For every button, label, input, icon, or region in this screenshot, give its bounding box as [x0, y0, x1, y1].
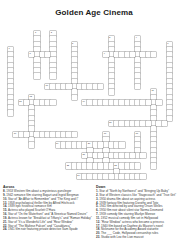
grid-cell[interactable] — [8, 110, 13, 115]
grid-cell[interactable] — [109, 89, 114, 94]
grid-cell[interactable]: 9 — [103, 52, 108, 57]
cell-number: 23 — [114, 164, 116, 166]
cell-number: 9 — [104, 52, 105, 54]
grid-cell[interactable] — [34, 73, 39, 78]
crossword-board: 123456789101112131415161718192021222324 — [8, 31, 172, 179]
cell-number: 21 — [83, 153, 85, 155]
grid-cell[interactable] — [146, 121, 151, 126]
grid-cell[interactable] — [162, 121, 167, 126]
cell-number: 3 — [109, 36, 110, 38]
across-clues-list: 8. 1953 Western film about a mysterious … — [3, 190, 92, 232]
grid-cell[interactable] — [135, 163, 140, 168]
cell-number: 20 — [88, 142, 90, 144]
grid-cell[interactable] — [66, 84, 71, 89]
grid-cell[interactable] — [146, 100, 151, 105]
cell-number: 16 — [14, 132, 16, 134]
page-title: Golden Age Cinema — [0, 8, 188, 17]
down-clues-column: Down 1. Star of "North by Northwest" and… — [96, 185, 186, 240]
grid-cell[interactable] — [130, 52, 135, 57]
cell-number: 5 — [72, 42, 73, 44]
cell-number: 14 — [83, 100, 85, 102]
grid-cell[interactable] — [50, 73, 55, 78]
cell-number: 24 — [77, 174, 79, 176]
across-clues-column: Across 8. 1953 Western film about a myst… — [3, 185, 92, 232]
clue-number: 23. — [96, 235, 101, 239]
grid-cell[interactable] — [50, 100, 55, 105]
cell-number: 19 — [56, 142, 58, 144]
clue-item: 24. 1941 film noir featuring private det… — [3, 228, 92, 232]
cell-number: 8 — [30, 52, 31, 54]
grid-cell[interactable] — [72, 95, 77, 100]
grid-cell[interactable] — [98, 153, 103, 158]
grid-cell[interactable]: 21 — [82, 153, 87, 158]
cell-number: 12 — [30, 95, 32, 97]
cell-number: 13 — [19, 100, 21, 102]
grid-cell[interactable] — [98, 84, 103, 89]
grid-cell[interactable] — [98, 163, 103, 168]
cell-number: 22 — [67, 164, 69, 166]
cell-number: 2 — [51, 31, 52, 33]
down-clues-list: 1. Star of "North by Northwest" and "Bri… — [96, 190, 186, 240]
cell-number: 6 — [167, 42, 168, 44]
grid-cell[interactable] — [29, 142, 34, 147]
grid-cell[interactable] — [119, 142, 124, 147]
clue-item: 23. Studio with Leo the Lion mascot — [96, 236, 186, 240]
cell-number: 15 — [109, 121, 111, 123]
cell-number: 11 — [151, 89, 153, 91]
clue-number: 24. — [3, 227, 8, 231]
cell-number: 4 — [136, 36, 137, 38]
grid-cell[interactable] — [156, 100, 161, 105]
grid-cell[interactable] — [72, 132, 77, 137]
cell-number: 18 — [136, 132, 138, 134]
cell-number: 1 — [35, 31, 36, 33]
grid-cell[interactable] — [45, 52, 50, 57]
grid-cell[interactable] — [140, 174, 145, 179]
grid-cell[interactable] — [109, 174, 114, 179]
grid-cell[interactable] — [151, 163, 156, 168]
grid-cell[interactable] — [167, 116, 172, 121]
cell-number: 7 — [8, 47, 9, 49]
grid-cell[interactable] — [98, 142, 103, 147]
grid-cell[interactable]: 8 — [29, 52, 34, 57]
cell-number: 17 — [104, 132, 106, 134]
grid-cell[interactable] — [24, 132, 29, 137]
grid-cell[interactable] — [24, 100, 29, 105]
grid-cell[interactable] — [135, 84, 140, 89]
grid-cell[interactable] — [151, 52, 156, 57]
cell-number: 10 — [45, 84, 47, 86]
grid-cell[interactable] — [130, 153, 135, 158]
grid-cell[interactable] — [140, 153, 145, 158]
